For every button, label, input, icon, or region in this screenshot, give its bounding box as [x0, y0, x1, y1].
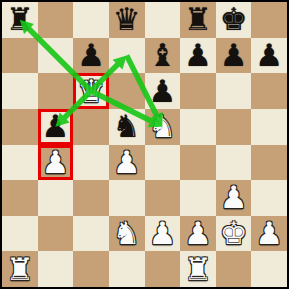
black-bishop-e7[interactable]: ♝	[148, 38, 176, 73]
square-d2[interactable]: ♞	[109, 216, 145, 252]
square-g3[interactable]: ♟	[216, 180, 252, 216]
white-queen-c6[interactable]: ♛	[77, 74, 105, 109]
square-g8[interactable]: ♚	[216, 2, 252, 38]
square-h1[interactable]	[251, 251, 287, 287]
square-e2[interactable]: ♟	[145, 216, 181, 252]
square-e8[interactable]	[145, 2, 181, 38]
square-c2[interactable]	[73, 216, 109, 252]
square-c3[interactable]	[73, 180, 109, 216]
black-pawn-e6[interactable]: ♟	[148, 74, 176, 109]
black-rook-a8[interactable]: ♜	[6, 2, 34, 37]
square-h2[interactable]: ♟	[251, 216, 287, 252]
square-g2[interactable]: ♚	[216, 216, 252, 252]
square-a1[interactable]: ♜	[2, 251, 38, 287]
black-pawn-c7[interactable]: ♟	[77, 38, 105, 73]
square-d6[interactable]	[109, 73, 145, 109]
black-rook-f8[interactable]: ♜	[184, 2, 212, 37]
square-a4[interactable]	[2, 145, 38, 181]
square-h3[interactable]	[251, 180, 287, 216]
square-e5[interactable]: ♞	[145, 109, 181, 145]
square-f5[interactable]	[180, 109, 216, 145]
square-g4[interactable]	[216, 145, 252, 181]
square-d5[interactable]: ♞	[109, 109, 145, 145]
square-b4[interactable]: ♟	[38, 145, 74, 181]
square-c8[interactable]	[73, 2, 109, 38]
square-f6[interactable]	[180, 73, 216, 109]
square-f1[interactable]: ♜	[180, 251, 216, 287]
square-h8[interactable]	[251, 2, 287, 38]
square-b1[interactable]	[38, 251, 74, 287]
square-b8[interactable]	[38, 2, 74, 38]
square-d7[interactable]	[109, 38, 145, 74]
white-pawn-f2[interactable]: ♟	[184, 216, 212, 251]
square-a7[interactable]	[2, 38, 38, 74]
white-pawn-h2[interactable]: ♟	[255, 216, 283, 251]
square-c5[interactable]	[73, 109, 109, 145]
white-pawn-g3[interactable]: ♟	[220, 180, 248, 215]
square-c4[interactable]	[73, 145, 109, 181]
black-pawn-g7[interactable]: ♟	[220, 38, 248, 73]
white-king-g2[interactable]: ♚	[220, 216, 248, 251]
black-king-g8[interactable]: ♚	[220, 2, 248, 37]
square-c7[interactable]: ♟	[73, 38, 109, 74]
square-c1[interactable]	[73, 251, 109, 287]
white-pawn-b4[interactable]: ♟	[42, 145, 70, 180]
square-e1[interactable]	[145, 251, 181, 287]
square-h7[interactable]: ♟	[251, 38, 287, 74]
white-rook-f1[interactable]: ♜	[184, 252, 212, 287]
square-e4[interactable]	[145, 145, 181, 181]
square-g1[interactable]	[216, 251, 252, 287]
square-h5[interactable]	[251, 109, 287, 145]
square-b5[interactable]: ♟	[38, 109, 74, 145]
black-pawn-h7[interactable]: ♟	[255, 38, 283, 73]
black-pawn-f7[interactable]: ♟	[184, 38, 212, 73]
square-a8[interactable]: ♜	[2, 2, 38, 38]
black-pawn-b5[interactable]: ♟	[42, 109, 70, 144]
white-rook-a1[interactable]: ♜	[6, 252, 34, 287]
square-e6[interactable]: ♟	[145, 73, 181, 109]
square-a3[interactable]	[2, 180, 38, 216]
square-f4[interactable]	[180, 145, 216, 181]
square-e3[interactable]	[145, 180, 181, 216]
square-g7[interactable]: ♟	[216, 38, 252, 74]
square-a5[interactable]	[2, 109, 38, 145]
square-b6[interactable]	[38, 73, 74, 109]
black-knight-d5[interactable]: ♞	[113, 109, 141, 144]
black-queen-d8[interactable]: ♛	[113, 2, 141, 37]
square-b7[interactable]	[38, 38, 74, 74]
square-d1[interactable]	[109, 251, 145, 287]
square-a6[interactable]	[2, 73, 38, 109]
square-e7[interactable]: ♝	[145, 38, 181, 74]
square-d4[interactable]: ♟	[109, 145, 145, 181]
white-pawn-d4[interactable]: ♟	[113, 145, 141, 180]
square-d3[interactable]	[109, 180, 145, 216]
square-d8[interactable]: ♛	[109, 2, 145, 38]
square-f3[interactable]	[180, 180, 216, 216]
square-g5[interactable]	[216, 109, 252, 145]
white-pawn-e2[interactable]: ♟	[148, 216, 176, 251]
square-g6[interactable]	[216, 73, 252, 109]
square-c6[interactable]: ♛	[73, 73, 109, 109]
white-knight-e5[interactable]: ♞	[148, 109, 176, 144]
square-b2[interactable]	[38, 216, 74, 252]
square-a2[interactable]	[2, 216, 38, 252]
square-f2[interactable]: ♟	[180, 216, 216, 252]
square-b3[interactable]	[38, 180, 74, 216]
chess-board: ♜♛♜♚♟♝♟♟♟♛♟♟♞♞♟♟♟♞♟♟♚♟♜♜	[2, 2, 287, 287]
square-h6[interactable]	[251, 73, 287, 109]
white-knight-d2[interactable]: ♞	[113, 216, 141, 251]
chess-board-frame: ♜♛♜♚♟♝♟♟♟♛♟♟♞♞♟♟♟♞♟♟♚♟♜♜	[0, 0, 289, 289]
square-h4[interactable]	[251, 145, 287, 181]
square-f7[interactable]: ♟	[180, 38, 216, 74]
square-f8[interactable]: ♜	[180, 2, 216, 38]
